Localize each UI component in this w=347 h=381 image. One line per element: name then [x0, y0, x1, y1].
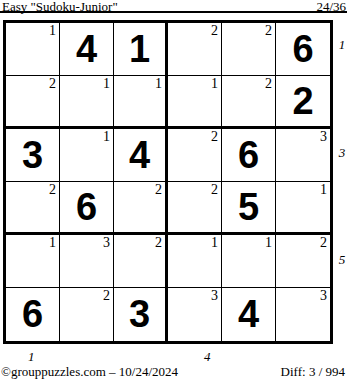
corner-hint: 3	[320, 129, 327, 144]
cell-r2c2[interactable]: 1	[60, 76, 114, 129]
cell-r3c3: 4	[114, 129, 168, 182]
corner-hint: 2	[211, 129, 218, 144]
given-digit: 3	[114, 288, 165, 341]
cell-r6c4[interactable]: 3	[168, 288, 222, 341]
cell-r1c4[interactable]: 2	[168, 23, 222, 76]
sudoku-grid: 141226211122314263262251132112623343	[3, 20, 333, 344]
cell-r5c6[interactable]: 2	[276, 235, 330, 288]
cell-r4c1[interactable]: 2	[6, 182, 60, 235]
corner-hint: 2	[155, 182, 162, 197]
given-digit: 1	[114, 23, 165, 75]
corner-hint: 3	[103, 235, 110, 250]
cell-r6c3: 3	[114, 288, 168, 341]
cell-r5c2[interactable]: 3	[60, 235, 114, 288]
row-label-1: 1	[337, 37, 347, 53]
corner-hint: 1	[103, 76, 110, 91]
corner-hint: 2	[320, 235, 327, 250]
cell-r5c5[interactable]: 1	[222, 235, 276, 288]
cell-r6c5: 4	[222, 288, 276, 341]
given-digit: 6	[222, 129, 275, 181]
corner-hint: 2	[49, 76, 56, 91]
corner-hint: 2	[211, 182, 218, 197]
cell-r2c1[interactable]: 2	[6, 76, 60, 129]
given-digit: 4	[222, 288, 275, 341]
col-label-1: 1	[28, 349, 35, 365]
given-digit: 2	[276, 76, 330, 126]
header-divider	[0, 11, 347, 13]
given-digit: 6	[6, 288, 59, 341]
given-digit: 4	[114, 129, 165, 181]
given-digit: 6	[276, 23, 330, 75]
cell-r4c2: 6	[60, 182, 114, 235]
corner-hint: 1	[49, 235, 56, 250]
cell-r3c2[interactable]: 1	[60, 129, 114, 182]
cell-r1c5[interactable]: 2	[222, 23, 276, 76]
cell-r2c6: 2	[276, 76, 330, 129]
cell-r1c3: 1	[114, 23, 168, 76]
puzzle-page: Easy "Sudoku-Junior" 24/36 1412262111223…	[0, 0, 347, 381]
cell-r2c5[interactable]: 2	[222, 76, 276, 129]
cell-r1c1[interactable]: 1	[6, 23, 60, 76]
row-label-5: 5	[337, 252, 347, 268]
cell-r3c1: 3	[6, 129, 60, 182]
corner-hint: 1	[103, 129, 110, 144]
cell-r2c3[interactable]: 1	[114, 76, 168, 129]
given-digit: 3	[6, 129, 59, 181]
corner-hint: 1	[49, 23, 56, 38]
corner-hint: 1	[265, 235, 272, 250]
corner-hint: 2	[265, 76, 272, 91]
corner-hint: 2	[265, 23, 272, 38]
corner-hint: 1	[320, 182, 327, 197]
cell-r3c4[interactable]: 2	[168, 129, 222, 182]
difficulty-rating: Diff: 3 / 994	[281, 364, 345, 380]
given-digit: 6	[60, 182, 113, 232]
cell-r4c5: 5	[222, 182, 276, 235]
corner-hint: 2	[211, 23, 218, 38]
corner-hint: 3	[211, 288, 218, 303]
row-label-3: 3	[337, 145, 347, 161]
corner-hint: 1	[211, 235, 218, 250]
given-digit: 4	[60, 23, 113, 75]
col-label-4: 4	[204, 349, 211, 365]
cell-r4c6[interactable]: 1	[276, 182, 330, 235]
cell-r4c3[interactable]: 2	[114, 182, 168, 235]
cell-r5c4[interactable]: 1	[168, 235, 222, 288]
cell-r6c2[interactable]: 2	[60, 288, 114, 341]
corner-hint: 2	[49, 182, 56, 197]
cell-r3c6[interactable]: 3	[276, 129, 330, 182]
given-digit: 5	[222, 182, 275, 232]
corner-hint: 1	[155, 76, 162, 91]
cell-r1c2: 4	[60, 23, 114, 76]
cell-r1c6: 6	[276, 23, 330, 76]
cell-r6c6[interactable]: 3	[276, 288, 330, 341]
cell-r6c1: 6	[6, 288, 60, 341]
corner-hint: 1	[211, 76, 218, 91]
corner-hint: 3	[320, 288, 327, 303]
cell-r5c1[interactable]: 1	[6, 235, 60, 288]
cell-r4c4[interactable]: 2	[168, 182, 222, 235]
cell-r3c5: 6	[222, 129, 276, 182]
cell-r5c3[interactable]: 2	[114, 235, 168, 288]
corner-hint: 2	[155, 235, 162, 250]
copyright-date: ©grouppuzzles.com – 10/24/2024	[1, 364, 178, 380]
cell-r2c4[interactable]: 1	[168, 76, 222, 129]
corner-hint: 2	[103, 288, 110, 303]
